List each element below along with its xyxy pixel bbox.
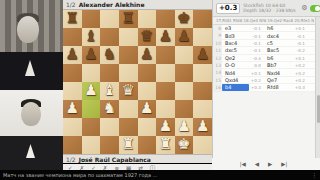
black-pawn[interactable]: ♟ [138,44,157,64]
capablanca-face [21,102,41,126]
white-rook[interactable]: ♜ [156,134,175,154]
white-move[interactable]: Qxd4 [222,77,249,84]
square-d3[interactable] [119,100,138,118]
white-king[interactable]: ♚ [175,134,194,154]
white-pawn[interactable]: ♟ [175,116,194,136]
square-h8[interactable] [193,10,212,28]
capablanca-photo [0,90,63,170]
square-g5[interactable] [175,64,194,82]
black-pawn[interactable]: ♟ [156,26,175,46]
video-frame: 1/2 Alexander Alekhine ♜♜♚♝♛♟♟♟♟♞♟♟♟♝♛♟♞… [0,0,320,180]
white-move[interactable]: e3 [222,25,249,32]
square-e2[interactable] [138,118,157,136]
black-rook[interactable]: ♜ [63,8,82,28]
white-eval: +0.2 [249,78,264,83]
move-number: 12 [213,55,222,62]
square-b4[interactable]: ♟ [82,82,101,100]
black-move[interactable]: Bxc5 [264,47,293,54]
move-row: 16b4+0.3Rfd8+0.3 [213,84,316,91]
scrollbar[interactable] [315,17,320,158]
square-b3[interactable] [82,100,101,118]
white-eval: +0.3 [249,85,264,90]
move-number: 15 [213,77,222,84]
square-g6[interactable] [175,46,194,64]
square-e3[interactable]: ♟ [138,100,157,118]
move-row: 13O-O0.0Bb7+0.2 [213,62,316,69]
white-move[interactable]: Bd3 [222,33,249,40]
square-d6[interactable] [119,46,138,64]
square-c8[interactable] [100,10,119,28]
black-eval: -0.1 [293,34,308,39]
square-b2[interactable] [82,118,101,136]
engine-pv-row: 17.Rfd1 Rfd8 18.Qe4 Nf6 19.Qe2 Rac8 20.R… [213,17,320,25]
last-move-icon[interactable]: ▶| [281,161,287,167]
square-f6[interactable] [156,46,175,64]
square-h2[interactable]: ♟ [193,118,212,136]
engine-info: Stockfish 10 64-bit Depth 18/32 · 238 kN… [243,3,299,14]
white-pawn[interactable]: ♟ [138,98,157,118]
black-king[interactable]: ♚ [175,8,194,28]
move-row: 10Bxc4-0.1c5-0.1 [213,40,316,47]
move-number: 10 [213,40,222,47]
white-bishop[interactable]: ♝ [100,80,119,100]
evaluation-badge: +0.3 [216,3,240,14]
top-player-name: Alexander Alekhine [79,1,145,8]
white-eval: 0.0 [249,63,264,68]
move-row: 8e3-0.1h6+0.1 [213,25,316,32]
white-eval: -0.1 [249,34,264,39]
black-eval: -0.1 [293,41,308,46]
bottom-player-bar: 1/2 José Raúl Capablanca [63,154,212,163]
square-h5[interactable] [193,64,212,82]
black-pawn[interactable]: ♟ [82,44,101,64]
white-eval: -0.1 [249,26,264,31]
white-eval: -0.1 [249,41,264,46]
square-d1[interactable]: ♜ [119,136,138,154]
move-row: 12Qe2-0.4b6+0.1 [213,55,316,62]
square-e1[interactable] [138,136,157,154]
square-g7[interactable]: ♟ [175,28,194,46]
video-title: Матч на звание чемпиона мира по шахматам… [0,172,309,178]
black-eval: +0.2 [293,78,308,83]
white-queen[interactable]: ♛ [119,80,138,100]
black-eval: +0.1 [293,26,308,31]
move-row: 11dxc5-0.1Bxc5-0.2 [213,47,316,54]
square-a8[interactable]: ♜ [63,10,82,28]
black-rook[interactable]: ♜ [119,8,138,28]
square-a5[interactable] [63,64,82,82]
white-eval: -0.1 [249,48,264,53]
gear-icon[interactable]: ⚙ [301,0,307,17]
square-e6[interactable]: ♟ [138,46,157,64]
white-move[interactable]: Nd4 [222,70,249,77]
black-move[interactable]: h6 [264,25,293,32]
black-move[interactable]: dxc4 [264,33,293,40]
square-d7[interactable] [119,28,138,46]
white-knight[interactable]: ♞ [100,98,119,118]
engine-depth: Depth 18/32 · 238 kN/s [243,8,299,14]
analysis-panel: +0.3 Stockfish 10 64-bit Depth 18/32 · 2… [212,0,320,170]
black-eval: +0.3 [293,85,308,90]
square-f7[interactable]: ♟ [156,28,175,46]
white-eval: -0.4 [249,56,264,61]
white-pawn[interactable]: ♟ [63,98,82,118]
white-move[interactable]: dxc5 [222,47,249,54]
white-pawn[interactable]: ♟ [156,116,175,136]
black-pawn[interactable]: ♟ [175,26,194,46]
white-pawn[interactable]: ♟ [193,116,212,136]
black-eval: +0.2 [293,63,308,68]
square-c6[interactable]: ♞ [100,46,119,64]
square-h6[interactable]: ♟ [193,46,212,64]
black-move[interactable]: b6 [264,55,293,62]
square-h4[interactable] [193,82,212,100]
square-h1[interactable] [193,136,212,154]
bottom-player-result: 1/2 [66,156,76,163]
white-eval: +0.1 [249,71,264,76]
square-a1[interactable] [63,136,82,154]
move-number: 11 [213,47,222,54]
white-move[interactable]: Bxc4 [222,40,249,47]
black-eval: -0.2 [293,48,308,53]
alekhine-face [17,16,39,43]
square-g4[interactable] [175,82,194,100]
square-c1[interactable] [100,136,119,154]
move-row: 9Bd3-0.1dxc4-0.1 [213,32,316,39]
square-e5[interactable] [138,64,157,82]
top-player-result: 1/2 [66,1,76,8]
square-f1[interactable]: ♜ [156,136,175,154]
black-pawn[interactable]: ♟ [63,44,82,64]
first-move-icon[interactable]: |◀ [240,161,246,167]
move-number: 13 [213,62,222,69]
move-number: 9 [213,32,222,39]
square-g1[interactable]: ♚ [175,136,194,154]
move-number: 8 [213,25,222,32]
board-column: 1/2 Alexander Alekhine ♜♜♚♝♛♟♟♟♟♞♟♟♟♝♛♟♞… [63,0,212,10]
black-queen[interactable]: ♛ [138,26,157,46]
white-move[interactable]: O-O [222,62,249,69]
black-knight[interactable]: ♞ [100,44,119,64]
caption-bar: Матч на звание чемпиона мира по шахматам… [0,170,320,180]
square-a2[interactable] [63,118,82,136]
playback-controls: |◀◀▶▶| [212,158,315,170]
black-move[interactable]: Rfd8 [264,84,293,91]
square-f4[interactable] [156,82,175,100]
square-d8[interactable]: ♜ [119,10,138,28]
engine-header: +0.3 Stockfish 10 64-bit Depth 18/32 · 2… [213,0,320,17]
square-b6[interactable]: ♟ [82,46,101,64]
white-move[interactable]: Qe2 [222,55,249,62]
square-a6[interactable]: ♟ [63,46,82,64]
bottom-player-name: José Raúl Capablanca [79,156,151,163]
square-c3[interactable]: ♞ [100,100,119,118]
black-eval: +0.1 [293,56,308,61]
black-move[interactable]: Nxd4 [264,70,293,77]
alekhine-photo [0,0,63,90]
white-rook[interactable]: ♜ [119,134,138,154]
move-row: 15Qxd4+0.2Qe7+0.2 [213,77,316,84]
white-pawn[interactable]: ♟ [82,80,101,100]
black-move[interactable]: Qe7 [264,77,293,84]
black-pawn[interactable]: ♟ [193,44,212,64]
square-c2[interactable] [100,118,119,136]
black-move[interactable]: c5 [264,40,293,47]
move-list: 8e3-0.1h6+0.19Bd3-0.1dxc4-0.110Bxc4-0.1c… [213,25,316,92]
move-number: 14 [213,69,222,76]
square-f5[interactable] [156,64,175,82]
more-icon[interactable]: ⋮ [309,172,320,178]
square-a3[interactable]: ♟ [63,100,82,118]
black-move[interactable]: Bb7 [264,62,293,69]
move-number: 16 [213,84,222,91]
engine-pv-line: 17.Rfd1 Rfd8 18.Qe4 Nf6 19.Qe2 Rac8 20.R… [213,18,314,23]
black-eval: +0.2 [293,71,308,76]
black-bishop[interactable]: ♝ [82,26,101,46]
engine-toggle[interactable] [310,5,320,12]
chess-board[interactable]: ♜♜♚♝♛♟♟♟♟♞♟♟♟♝♛♟♞♟♟♟♟♜♜♚ [63,10,212,154]
prev-move-icon[interactable]: ◀ [255,161,259,167]
square-b1[interactable] [82,136,101,154]
square-d4[interactable]: ♛ [119,82,138,100]
move-row: 14Nd4+0.1Nxd4+0.2 [213,69,316,76]
next-move-icon[interactable]: ▶ [268,161,272,167]
white-move[interactable]: b4 [222,84,249,91]
